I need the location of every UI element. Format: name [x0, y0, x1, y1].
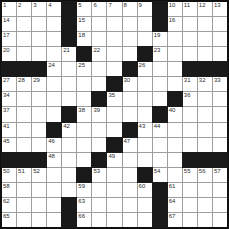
white-cell-r10c1[interactable]: 45	[2, 138, 16, 152]
white-cell-r3c7[interactable]	[92, 32, 106, 46]
white-cell-r12c3[interactable]: 52	[32, 168, 46, 182]
clue-number: 21	[63, 47, 70, 54]
clue-number: 59	[78, 183, 85, 190]
black-cell-r7c7	[92, 92, 106, 106]
white-cell-r10c2[interactable]	[17, 138, 31, 152]
clue-number: 33	[214, 77, 221, 84]
clue-number: 1	[3, 2, 6, 9]
white-cell-r15c13[interactable]	[183, 213, 197, 227]
white-cell-r4c15[interactable]	[213, 47, 227, 61]
clue-number: 29	[33, 77, 40, 84]
black-cell-r2c5	[62, 17, 76, 31]
white-cell-r6c11[interactable]	[153, 77, 167, 91]
white-cell-r11c12[interactable]	[168, 153, 182, 167]
white-cell-r6c12[interactable]	[168, 77, 182, 91]
clue-number: 22	[93, 47, 100, 54]
white-cell-r14c12[interactable]: 64	[168, 198, 182, 212]
white-cell-r15c9[interactable]	[123, 213, 137, 227]
white-cell-r15c7[interactable]	[92, 213, 106, 227]
white-cell-r14c3[interactable]	[32, 198, 46, 212]
white-cell-r7c3[interactable]	[32, 92, 46, 106]
white-cell-r2c1[interactable]: 14	[2, 17, 16, 31]
clue-number: 58	[3, 183, 10, 190]
clue-number: 34	[3, 92, 10, 99]
white-cell-r1c13[interactable]: 11	[183, 2, 197, 16]
clue-number: 12	[199, 2, 206, 9]
clue-number: 26	[139, 62, 146, 69]
white-cell-r3c15[interactable]	[213, 32, 227, 46]
white-cell-r14c13[interactable]	[183, 198, 197, 212]
white-cell-r4c5[interactable]: 21	[62, 47, 76, 61]
black-cell-r9c4	[47, 123, 61, 137]
white-cell-r6c6[interactable]	[77, 77, 91, 91]
white-cell-r8c10[interactable]	[138, 107, 152, 121]
clue-number: 54	[154, 168, 161, 175]
white-cell-r10c9[interactable]: 47	[123, 138, 137, 152]
white-cell-r13c14[interactable]	[198, 183, 212, 197]
white-cell-r7c11[interactable]	[153, 92, 167, 106]
black-cell-r11c14	[198, 153, 212, 167]
white-cell-r4c7[interactable]: 22	[92, 47, 106, 61]
white-cell-r1c4[interactable]: 4	[47, 2, 61, 16]
white-cell-r12c2[interactable]: 51	[17, 168, 31, 182]
white-cell-r2c12[interactable]: 16	[168, 17, 182, 31]
white-cell-r4c1[interactable]: 20	[2, 47, 16, 61]
clue-number: 31	[184, 77, 191, 84]
white-cell-r8c6[interactable]: 38	[77, 107, 91, 121]
white-cell-r7c14[interactable]	[198, 92, 212, 106]
clue-number: 24	[48, 62, 55, 69]
black-cell-r11c15	[213, 153, 227, 167]
white-cell-r15c14[interactable]	[198, 213, 212, 227]
white-cell-r1c10[interactable]: 9	[138, 2, 152, 16]
white-cell-r13c10[interactable]: 60	[138, 183, 152, 197]
white-cell-r7c9[interactable]	[123, 92, 137, 106]
clue-number: 42	[63, 123, 70, 130]
black-cell-r5c1	[2, 62, 16, 76]
white-cell-r9c5[interactable]: 42	[62, 123, 76, 137]
white-cell-r4c14[interactable]	[198, 47, 212, 61]
white-cell-r12c15[interactable]: 57	[213, 168, 227, 182]
white-cell-r4c3[interactable]	[32, 47, 46, 61]
white-cell-r2c14[interactable]	[198, 17, 212, 31]
white-cell-r13c9[interactable]	[123, 183, 137, 197]
white-cell-r9c14[interactable]	[198, 123, 212, 137]
white-cell-r14c4[interactable]	[47, 198, 61, 212]
clue-number: 62	[3, 198, 10, 205]
black-cell-r3c5	[62, 32, 76, 46]
white-cell-r15c15[interactable]	[213, 213, 227, 227]
black-cell-r11c13	[183, 153, 197, 167]
white-cell-r12c14[interactable]: 56	[198, 168, 212, 182]
white-cell-r11c8[interactable]: 49	[107, 153, 121, 167]
white-cell-r9c10[interactable]: 43	[138, 123, 152, 137]
white-cell-r14c8[interactable]	[107, 198, 121, 212]
white-cell-r1c3[interactable]: 3	[32, 2, 46, 16]
clue-number: 60	[139, 183, 146, 190]
white-cell-r2c2[interactable]	[17, 17, 31, 31]
black-cell-r4c10	[138, 47, 152, 61]
black-cell-r8c11	[153, 107, 167, 121]
clue-number: 23	[154, 47, 161, 54]
black-cell-r12c6	[77, 168, 91, 182]
clue-number: 14	[3, 17, 10, 24]
clue-number: 3	[33, 2, 36, 9]
white-cell-r14c9[interactable]	[123, 198, 137, 212]
black-cell-r4c6	[77, 47, 91, 61]
white-cell-r9c2[interactable]	[17, 123, 31, 137]
white-cell-r13c6[interactable]: 59	[77, 183, 91, 197]
white-cell-r9c12[interactable]	[168, 123, 182, 137]
white-cell-r15c4[interactable]	[47, 213, 61, 227]
white-cell-r2c7[interactable]	[92, 17, 106, 31]
clue-number: 36	[184, 92, 191, 99]
black-cell-r15c11	[153, 213, 167, 227]
white-cell-r14c2[interactable]	[17, 198, 31, 212]
white-cell-r13c1[interactable]: 58	[2, 183, 16, 197]
clue-number: 48	[48, 153, 55, 160]
clue-number: 67	[169, 213, 176, 220]
white-cell-r8c4[interactable]	[47, 107, 61, 121]
white-cell-r15c3[interactable]	[32, 213, 46, 227]
clue-number: 43	[139, 123, 146, 130]
white-cell-r10c14[interactable]	[198, 138, 212, 152]
white-cell-r1c12[interactable]: 10	[168, 2, 182, 16]
white-cell-r7c6[interactable]	[77, 92, 91, 106]
white-cell-r9c15[interactable]	[213, 123, 227, 137]
white-cell-r13c3[interactable]	[32, 183, 46, 197]
white-cell-r11c11[interactable]	[153, 153, 167, 167]
clue-number: 37	[3, 107, 10, 114]
white-cell-r9c13[interactable]	[183, 123, 197, 137]
clue-number: 50	[3, 168, 10, 175]
white-cell-r4c9[interactable]	[123, 47, 137, 61]
clue-number: 63	[78, 198, 85, 205]
white-cell-r8c8[interactable]	[107, 107, 121, 121]
white-cell-r7c4[interactable]	[47, 92, 61, 106]
clue-number: 40	[169, 107, 176, 114]
white-cell-r10c10[interactable]	[138, 138, 152, 152]
clue-number: 4	[48, 2, 51, 9]
white-cell-r7c13[interactable]: 36	[183, 92, 197, 106]
white-cell-r9c8[interactable]	[107, 123, 121, 137]
white-cell-r13c12[interactable]: 61	[168, 183, 182, 197]
white-cell-r5c10[interactable]: 26	[138, 62, 152, 76]
white-cell-r11c10[interactable]	[138, 153, 152, 167]
white-cell-r14c7[interactable]	[92, 198, 106, 212]
white-cell-r5c7[interactable]	[92, 62, 106, 76]
white-cell-r5c5[interactable]	[62, 62, 76, 76]
clue-number: 30	[124, 77, 131, 84]
white-cell-r7c5[interactable]	[62, 92, 76, 106]
white-cell-r8c3[interactable]	[32, 107, 46, 121]
white-cell-r15c1[interactable]: 65	[2, 213, 16, 227]
white-cell-r13c5[interactable]	[62, 183, 76, 197]
black-cell-r15c5	[62, 213, 76, 227]
white-cell-r6c1[interactable]: 27	[2, 77, 16, 91]
black-cell-r11c2	[17, 153, 31, 167]
white-cell-r12c4[interactable]	[47, 168, 61, 182]
clue-number: 27	[3, 77, 10, 84]
white-cell-r4c8[interactable]	[107, 47, 121, 61]
white-cell-r14c15[interactable]	[213, 198, 227, 212]
black-cell-r1c5	[62, 2, 76, 16]
white-cell-r2c6[interactable]: 15	[77, 17, 91, 31]
clue-number: 65	[3, 213, 10, 220]
white-cell-r1c1[interactable]: 1	[2, 2, 16, 16]
white-cell-r5c12[interactable]	[168, 62, 182, 76]
white-cell-r9c11[interactable]: 44	[153, 123, 167, 137]
black-cell-r8c5	[62, 107, 76, 121]
clue-number: 57	[214, 168, 221, 175]
white-cell-r14c10[interactable]	[138, 198, 152, 212]
white-cell-r6c4[interactable]	[47, 77, 61, 91]
white-cell-r8c7[interactable]: 39	[92, 107, 106, 121]
white-cell-r2c9[interactable]	[123, 17, 137, 31]
white-cell-r12c7[interactable]: 53	[92, 168, 106, 182]
clue-number: 10	[169, 2, 176, 9]
white-cell-r10c5[interactable]	[62, 138, 76, 152]
white-cell-r3c4[interactable]	[47, 32, 61, 46]
clue-number: 44	[154, 123, 161, 130]
black-cell-r5c3	[32, 62, 46, 76]
clue-number: 51	[18, 168, 25, 175]
white-cell-r10c13[interactable]	[183, 138, 197, 152]
clue-number: 32	[199, 77, 206, 84]
white-cell-r12c1[interactable]: 50	[2, 168, 16, 182]
white-cell-r2c8[interactable]	[107, 17, 121, 31]
black-cell-r5c14	[198, 62, 212, 76]
white-cell-r12c9[interactable]	[123, 168, 137, 182]
white-cell-r13c7[interactable]	[92, 183, 106, 197]
white-cell-r2c13[interactable]	[183, 17, 197, 31]
white-cell-r4c2[interactable]	[17, 47, 31, 61]
white-cell-r2c3[interactable]	[32, 17, 46, 31]
white-cell-r13c15[interactable]	[213, 183, 227, 197]
white-cell-r3c14[interactable]	[198, 32, 212, 46]
black-cell-r11c7	[92, 153, 106, 167]
white-cell-r1c7[interactable]: 6	[92, 2, 106, 16]
black-cell-r1c11	[153, 2, 167, 16]
black-cell-r12c10	[138, 168, 152, 182]
white-cell-r9c7[interactable]	[92, 123, 106, 137]
white-cell-r3c11[interactable]: 19	[153, 32, 167, 46]
white-cell-r1c6[interactable]: 5	[77, 2, 91, 16]
clue-number: 28	[18, 77, 25, 84]
white-cell-r6c7[interactable]	[92, 77, 106, 91]
clue-number: 7	[108, 2, 111, 9]
white-cell-r2c10[interactable]	[138, 17, 152, 31]
clue-number: 6	[93, 2, 96, 9]
white-cell-r8c12[interactable]: 40	[168, 107, 182, 121]
white-cell-r4c13[interactable]	[183, 47, 197, 61]
white-cell-r9c1[interactable]: 41	[2, 123, 16, 137]
white-cell-r12c12[interactable]	[168, 168, 182, 182]
clue-number: 47	[124, 138, 131, 145]
crossword-grid: 1234567891011121314151617181920212223242…	[0, 0, 229, 229]
white-cell-r7c8[interactable]: 35	[107, 92, 121, 106]
black-cell-r14c5	[62, 198, 76, 212]
white-cell-r15c6[interactable]: 66	[77, 213, 91, 227]
white-cell-r5c11[interactable]	[153, 62, 167, 76]
white-cell-r1c15[interactable]: 13	[213, 2, 227, 16]
clue-number: 5	[78, 2, 81, 9]
clue-number: 41	[3, 123, 10, 130]
clue-number: 52	[33, 168, 40, 175]
clue-number: 20	[3, 47, 10, 54]
clue-number: 46	[48, 138, 55, 145]
black-cell-r6c8	[107, 77, 121, 91]
white-cell-r3c9[interactable]	[123, 32, 137, 46]
clue-number: 66	[78, 213, 85, 220]
white-cell-r10c3[interactable]	[32, 138, 46, 152]
clue-number: 61	[169, 183, 176, 190]
white-cell-r9c6[interactable]	[77, 123, 91, 137]
white-cell-r7c10[interactable]	[138, 92, 152, 106]
white-cell-r14c6[interactable]: 63	[77, 198, 91, 212]
clue-number: 15	[78, 17, 85, 24]
clue-number: 53	[93, 168, 100, 175]
black-cell-r2c11	[153, 17, 167, 31]
black-cell-r11c3	[32, 153, 46, 167]
white-cell-r3c10[interactable]	[138, 32, 152, 46]
white-cell-r9c3[interactable]	[32, 123, 46, 137]
white-cell-r3c12[interactable]	[168, 32, 182, 46]
white-cell-r8c2[interactable]	[17, 107, 31, 121]
clue-number: 16	[169, 17, 176, 24]
black-cell-r14c11	[153, 198, 167, 212]
white-cell-r6c3[interactable]: 29	[32, 77, 46, 91]
white-cell-r6c9[interactable]: 30	[123, 77, 137, 91]
clue-number: 45	[3, 138, 10, 145]
white-cell-r8c14[interactable]	[198, 107, 212, 121]
clue-number: 55	[184, 168, 191, 175]
clue-number: 11	[184, 2, 190, 9]
white-cell-r1c14[interactable]: 12	[198, 2, 212, 16]
white-cell-r13c13[interactable]	[183, 183, 197, 197]
white-cell-r3c2[interactable]	[17, 32, 31, 46]
white-cell-r1c9[interactable]: 8	[123, 2, 137, 16]
clue-number: 8	[124, 2, 127, 9]
white-cell-r6c14[interactable]: 32	[198, 77, 212, 91]
white-cell-r15c10[interactable]	[138, 213, 152, 227]
black-cell-r5c15	[213, 62, 227, 76]
white-cell-r3c1[interactable]: 17	[2, 32, 16, 46]
white-cell-r2c4[interactable]	[47, 17, 61, 31]
white-cell-r7c15[interactable]	[213, 92, 227, 106]
black-cell-r5c2	[17, 62, 31, 76]
white-cell-r5c6[interactable]: 25	[77, 62, 91, 76]
white-cell-r12c11[interactable]: 54	[153, 168, 167, 182]
white-cell-r6c15[interactable]: 33	[213, 77, 227, 91]
white-cell-r4c11[interactable]: 23	[153, 47, 167, 61]
black-cell-r13c11	[153, 183, 167, 197]
clue-number: 39	[93, 107, 100, 114]
white-cell-r6c10[interactable]	[138, 77, 152, 91]
white-cell-r3c3[interactable]	[32, 32, 46, 46]
white-cell-r12c5[interactable]	[62, 168, 76, 182]
white-cell-r3c8[interactable]	[107, 32, 121, 46]
white-cell-r12c13[interactable]: 55	[183, 168, 197, 182]
clue-number: 56	[199, 168, 206, 175]
white-cell-r11c6[interactable]	[77, 153, 91, 167]
white-cell-r7c1[interactable]: 34	[2, 92, 16, 106]
clue-number: 35	[108, 92, 115, 99]
white-cell-r1c2[interactable]: 2	[17, 2, 31, 16]
white-cell-r10c15[interactable]	[213, 138, 227, 152]
white-cell-r6c2[interactable]: 28	[17, 77, 31, 91]
white-cell-r11c5[interactable]	[62, 153, 76, 167]
white-cell-r13c2[interactable]	[17, 183, 31, 197]
black-cell-r5c13	[183, 62, 197, 76]
white-cell-r15c2[interactable]	[17, 213, 31, 227]
white-cell-r6c13[interactable]: 31	[183, 77, 197, 91]
clue-number: 13	[214, 2, 221, 9]
white-cell-r8c15[interactable]	[213, 107, 227, 121]
clue-number: 49	[108, 153, 115, 160]
white-cell-r10c12[interactable]	[168, 138, 182, 152]
clue-number: 17	[3, 32, 10, 39]
white-cell-r5c4[interactable]: 24	[47, 62, 61, 76]
white-cell-r6c5[interactable]	[62, 77, 76, 91]
white-cell-r3c13[interactable]	[183, 32, 197, 46]
black-cell-r10c8	[107, 138, 121, 152]
white-cell-r11c4[interactable]: 48	[47, 153, 61, 167]
clue-number: 19	[154, 32, 161, 39]
white-cell-r2c15[interactable]	[213, 17, 227, 31]
white-cell-r12c8[interactable]	[107, 168, 121, 182]
clue-number: 18	[78, 32, 85, 39]
white-cell-r7c2[interactable]	[17, 92, 31, 106]
white-cell-r10c11[interactable]	[153, 138, 167, 152]
clue-number: 2	[18, 2, 21, 9]
black-cell-r5c9	[123, 62, 137, 76]
white-cell-r13c4[interactable]	[47, 183, 61, 197]
white-cell-r3c6[interactable]: 18	[77, 32, 91, 46]
white-cell-r4c4[interactable]	[47, 47, 61, 61]
white-cell-r10c7[interactable]	[92, 138, 106, 152]
clue-number: 25	[78, 62, 85, 69]
white-cell-r8c9[interactable]	[123, 107, 137, 121]
clue-number: 38	[78, 107, 85, 114]
white-cell-r1c8[interactable]: 7	[107, 2, 121, 16]
black-cell-r7c12	[168, 92, 182, 106]
white-cell-r15c12[interactable]: 67	[168, 213, 182, 227]
black-cell-r11c1	[2, 153, 16, 167]
white-cell-r8c13[interactable]	[183, 107, 197, 121]
white-cell-r13c8[interactable]	[107, 183, 121, 197]
white-cell-r5c8[interactable]	[107, 62, 121, 76]
white-cell-r11c9[interactable]	[123, 153, 137, 167]
white-cell-r8c1[interactable]: 37	[2, 107, 16, 121]
white-cell-r14c1[interactable]: 62	[2, 198, 16, 212]
clue-number: 9	[139, 2, 142, 9]
white-cell-r10c6[interactable]	[77, 138, 91, 152]
white-cell-r10c4[interactable]: 46	[47, 138, 61, 152]
white-cell-r14c14[interactable]	[198, 198, 212, 212]
white-cell-r4c12[interactable]	[168, 47, 182, 61]
black-cell-r9c9	[123, 123, 137, 137]
white-cell-r15c8[interactable]	[107, 213, 121, 227]
clue-number: 64	[169, 198, 176, 205]
